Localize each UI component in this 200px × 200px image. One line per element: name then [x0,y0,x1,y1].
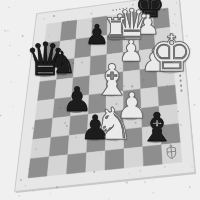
piece-white-queen-f7: ♛ [113,3,151,45]
chessboard-photo: ♚♟♛♜♟♟♟♚♞♛♝♟♟♟♞♝ [0,0,200,200]
piece-white-pawn-g7: ♟ [135,11,159,38]
piece-white-king-h5: ♚ [149,29,195,80]
piece-white-pawn-f6: ♟ [118,36,144,65]
piece-white-pawn-g5: ♟ [141,45,169,77]
piece-black-king-g8: ♚ [135,0,165,22]
piece-white-rook-e7: ♜ [103,14,130,44]
piece-black-queen-a6: ♛ [25,37,66,83]
piece-layer: ♚♟♛♜♟♟♟♚♞♛♝♟♟♟♞♝ [0,0,200,200]
piece-white-bishop-e4: ♝ [92,58,131,101]
piece-black-pawn-d7: ♟ [85,21,109,48]
piece-black-bishop-g2: ♝ [139,107,175,147]
piece-white-knight-e2: ♞ [94,102,133,146]
piece-black-pawn-c4: ♟ [62,83,92,117]
piece-white-pawn-f3: ♟ [116,89,148,125]
piece-black-pawn-d2: ♟ [80,111,110,144]
piece-black-knight-b6: ♞ [49,48,77,79]
